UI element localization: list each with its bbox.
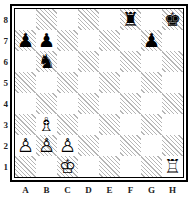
square-c5[interactable] [57,72,78,93]
square-g3[interactable] [141,114,162,135]
piece-black-pawn-icon[interactable]: ♟ [17,30,34,51]
piece-white-king-icon[interactable]: ♔ [59,156,76,177]
rank-label-8: 8 [0,9,9,30]
square-f8[interactable]: ♜ [120,9,141,30]
square-e3[interactable] [99,114,120,135]
square-f5[interactable] [120,72,141,93]
piece-black-pawn-icon[interactable]: ♟ [38,30,55,51]
square-d7[interactable] [78,30,99,51]
square-a2[interactable]: ♙ [15,135,36,156]
square-e2[interactable] [99,135,120,156]
file-label-d: D [78,185,99,195]
board-frame: ♜♚♟♟♟♞♗♙♙♙♔♖ [10,4,188,182]
rank-label-3: 3 [0,114,9,135]
piece-black-knight-icon[interactable]: ♞ [38,51,55,72]
square-e8[interactable] [99,9,120,30]
square-c7[interactable] [57,30,78,51]
square-f3[interactable] [120,114,141,135]
rank-labels: 87654321 [0,9,9,177]
square-c8[interactable] [57,9,78,30]
square-a5[interactable] [15,72,36,93]
square-d6[interactable] [78,51,99,72]
square-h2[interactable] [162,135,183,156]
square-g8[interactable] [141,9,162,30]
piece-white-rook-icon[interactable]: ♖ [164,156,181,177]
square-h4[interactable] [162,93,183,114]
piece-white-pawn-icon[interactable]: ♙ [17,135,34,156]
square-b6[interactable]: ♞ [36,51,57,72]
square-b3[interactable]: ♗ [36,114,57,135]
board-inner-frame: ♜♚♟♟♟♞♗♙♙♙♔♖ [14,8,184,178]
piece-white-bishop-icon[interactable]: ♗ [38,114,55,135]
square-a6[interactable] [15,51,36,72]
square-h6[interactable] [162,51,183,72]
square-d5[interactable] [78,72,99,93]
square-c6[interactable] [57,51,78,72]
square-h8[interactable]: ♚ [162,9,183,30]
square-g2[interactable] [141,135,162,156]
chess-diagram: 87654321 ♜♚♟♟♟♞♗♙♙♙♔♖ ABCDEFGH [0,0,196,200]
file-label-a: A [15,185,36,195]
square-g6[interactable] [141,51,162,72]
square-f1[interactable] [120,156,141,177]
square-g5[interactable] [141,72,162,93]
square-g7[interactable]: ♟ [141,30,162,51]
square-g4[interactable] [141,93,162,114]
square-f6[interactable] [120,51,141,72]
chess-board: ♜♚♟♟♟♞♗♙♙♙♔♖ [15,9,183,177]
square-e7[interactable] [99,30,120,51]
square-b2[interactable]: ♙ [36,135,57,156]
square-f7[interactable] [120,30,141,51]
rank-label-1: 1 [0,156,9,177]
square-b8[interactable] [36,9,57,30]
square-f2[interactable] [120,135,141,156]
square-b1[interactable] [36,156,57,177]
square-g1[interactable] [141,156,162,177]
square-a1[interactable] [15,156,36,177]
square-e1[interactable] [99,156,120,177]
file-labels: ABCDEFGH [15,185,183,195]
file-label-c: C [57,185,78,195]
piece-black-king-icon[interactable]: ♚ [164,9,181,30]
square-d4[interactable] [78,93,99,114]
square-c3[interactable] [57,114,78,135]
square-b5[interactable] [36,72,57,93]
file-label-e: E [99,185,120,195]
rank-label-2: 2 [0,135,9,156]
rank-label-5: 5 [0,72,9,93]
square-f4[interactable] [120,93,141,114]
square-e4[interactable] [99,93,120,114]
file-label-b: B [36,185,57,195]
square-h3[interactable] [162,114,183,135]
square-a8[interactable] [15,9,36,30]
square-c1[interactable]: ♔ [57,156,78,177]
piece-black-rook-icon[interactable]: ♜ [122,9,139,30]
square-d3[interactable] [78,114,99,135]
square-h5[interactable] [162,72,183,93]
square-c4[interactable] [57,93,78,114]
rank-label-6: 6 [0,51,9,72]
square-c2[interactable]: ♙ [57,135,78,156]
square-d8[interactable] [78,9,99,30]
file-label-g: G [141,185,162,195]
square-h7[interactable] [162,30,183,51]
square-a4[interactable] [15,93,36,114]
piece-white-pawn-icon[interactable]: ♙ [59,135,76,156]
square-e6[interactable] [99,51,120,72]
rank-label-7: 7 [0,30,9,51]
square-d2[interactable] [78,135,99,156]
rank-label-4: 4 [0,93,9,114]
square-a3[interactable] [15,114,36,135]
square-e5[interactable] [99,72,120,93]
piece-white-pawn-icon[interactable]: ♙ [38,135,55,156]
piece-black-pawn-icon[interactable]: ♟ [143,30,160,51]
file-label-f: F [120,185,141,195]
file-label-h: H [162,185,183,195]
square-h1[interactable]: ♖ [162,156,183,177]
square-b4[interactable] [36,93,57,114]
square-a7[interactable]: ♟ [15,30,36,51]
square-d1[interactable] [78,156,99,177]
square-b7[interactable]: ♟ [36,30,57,51]
